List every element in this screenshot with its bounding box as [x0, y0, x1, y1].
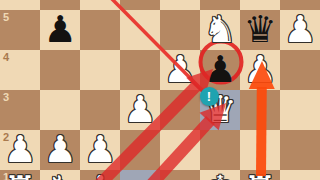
piece-white-pawn-c2[interactable]: ♟	[80, 130, 120, 170]
chess-board: ! 54321♟♞♛♟♟♟♟♟♛♟♟♟♜♞♝♚♜	[0, 0, 320, 180]
square-f2[interactable]	[200, 130, 240, 170]
square-a6[interactable]	[0, 0, 40, 10]
move-quality-badge-text: !	[207, 89, 211, 104]
piece-white-pawn-d3[interactable]: ♟	[120, 90, 160, 130]
square-e2[interactable]	[160, 130, 200, 170]
rank-label-5: 5	[3, 11, 9, 23]
square-h2[interactable]	[280, 130, 320, 170]
piece-white-bishop-c1[interactable]: ♝	[80, 170, 120, 180]
square-e6[interactable]	[160, 0, 200, 10]
square-d6[interactable]	[120, 0, 160, 10]
piece-white-knight-b1[interactable]: ♞	[40, 170, 80, 180]
square-d2[interactable]	[120, 130, 160, 170]
piece-white-pawn-g4[interactable]: ♟	[240, 50, 280, 90]
piece-white-pawn-a2[interactable]: ♟	[0, 130, 40, 170]
piece-white-pawn-e4[interactable]: ♟	[160, 50, 200, 90]
square-e5[interactable]	[160, 10, 200, 50]
square-c5[interactable]	[80, 10, 120, 50]
rank-label-3: 3	[3, 91, 9, 103]
square-b4[interactable]	[40, 50, 80, 90]
piece-white-pawn-h5[interactable]: ♟	[280, 10, 320, 50]
square-d5[interactable]	[120, 10, 160, 50]
piece-white-rook-a1[interactable]: ♜	[0, 170, 40, 180]
piece-black-queen-g5[interactable]: ♛	[240, 10, 280, 50]
square-g3[interactable]	[240, 90, 280, 130]
piece-white-rook-g1[interactable]: ♜	[240, 170, 280, 180]
square-e3[interactable]	[160, 90, 200, 130]
square-c3[interactable]	[80, 90, 120, 130]
piece-white-knight-f5[interactable]: ♞	[200, 10, 240, 50]
move-quality-badge: !	[200, 87, 219, 106]
square-d4[interactable]	[120, 50, 160, 90]
square-c4[interactable]	[80, 50, 120, 90]
piece-black-pawn-f4[interactable]: ♟	[200, 50, 240, 90]
piece-black-pawn-b5[interactable]: ♟	[40, 10, 80, 50]
square-h4[interactable]	[280, 50, 320, 90]
piece-white-king-f1[interactable]: ♚	[200, 170, 240, 180]
rank-label-4: 4	[3, 51, 9, 63]
square-g2[interactable]	[240, 130, 280, 170]
square-b3[interactable]	[40, 90, 80, 130]
piece-white-pawn-b2[interactable]: ♟	[40, 130, 80, 170]
square-h3[interactable]	[280, 90, 320, 130]
square-e1[interactable]	[160, 170, 200, 180]
square-d1[interactable]	[120, 170, 160, 180]
square-h1[interactable]	[280, 170, 320, 180]
square-c6[interactable]	[80, 0, 120, 10]
